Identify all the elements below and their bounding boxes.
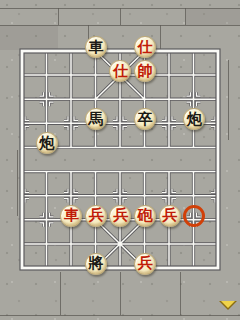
xiangqi-board[interactable]: 車仕仕帥馬卒炮炮車兵兵砲兵將兵: [10, 39, 231, 280]
piece-black-cannon[interactable]: 炮: [183, 108, 205, 130]
piece-black-soldier[interactable]: 卒: [134, 108, 156, 130]
piece-glyph: 兵: [162, 208, 177, 223]
piece-red-chariot[interactable]: 車: [60, 205, 82, 227]
piece-red-cannon[interactable]: 砲: [134, 205, 156, 227]
piece-red-advisor[interactable]: 仕: [109, 60, 131, 82]
wall-block-shade: [186, 9, 240, 25]
piece-red-general[interactable]: 帥: [134, 60, 156, 82]
piece-glyph: 仕: [113, 64, 128, 79]
piece-glyph: 炮: [39, 136, 54, 151]
piece-glyph: 車: [64, 208, 79, 223]
piece-red-advisor[interactable]: 仕: [134, 36, 156, 58]
piece-glyph: 兵: [88, 208, 103, 223]
piece-glyph: 馬: [88, 112, 103, 127]
piece-black-chariot[interactable]: 車: [85, 36, 107, 58]
piece-glyph: 仕: [138, 40, 153, 55]
wall-seam: [120, 8, 121, 25]
piece-glyph: 兵: [138, 256, 153, 271]
piece-black-general[interactable]: 將: [85, 253, 107, 275]
piece-red-soldier[interactable]: 兵: [134, 253, 156, 275]
piece-black-horse[interactable]: 馬: [85, 108, 107, 130]
piece-glyph: 砲: [138, 208, 153, 223]
piece-glyph: 帥: [138, 64, 153, 79]
piece-red-soldier[interactable]: 兵: [85, 205, 107, 227]
piece-red-soldier[interactable]: 兵: [159, 205, 181, 227]
piece-glyph: 車: [88, 40, 103, 55]
piece-black-cannon[interactable]: 炮: [36, 132, 58, 154]
selection-cursor: [183, 205, 205, 227]
piece-glyph: 炮: [187, 112, 202, 127]
game-screen: 車仕仕帥馬卒炮炮車兵兵砲兵將兵: [0, 0, 240, 320]
piece-red-soldier[interactable]: 兵: [109, 205, 131, 227]
softkey-menu-arrow-icon[interactable]: [219, 301, 237, 310]
piece-glyph: 卒: [138, 112, 153, 127]
piece-glyph: 兵: [113, 208, 128, 223]
wall-seam: [58, 8, 59, 25]
piece-glyph: 將: [88, 256, 103, 271]
wall-seam: [0, 315, 240, 316]
